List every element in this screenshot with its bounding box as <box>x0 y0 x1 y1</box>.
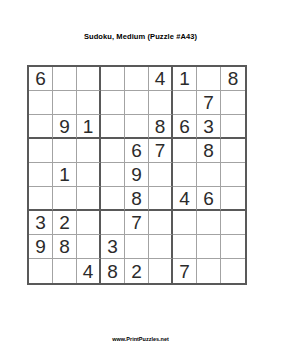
cell-r7c7[interactable] <box>173 211 197 235</box>
cell-r1c9[interactable]: 8 <box>221 67 245 91</box>
cell-r2c4[interactable] <box>101 91 125 115</box>
cell-r3c5[interactable] <box>125 115 149 139</box>
cell-r1c1[interactable]: 6 <box>29 67 53 91</box>
cell-r9c2[interactable] <box>53 259 77 283</box>
cell-r1c5[interactable] <box>125 67 149 91</box>
cell-r7c6[interactable] <box>149 211 173 235</box>
cell-r7c8[interactable] <box>197 211 221 235</box>
footer-url: www.PrintPuzzles.net <box>0 336 281 342</box>
cell-r7c2[interactable]: 2 <box>53 211 77 235</box>
cell-r5c9[interactable] <box>221 163 245 187</box>
cell-r4c3[interactable] <box>77 139 101 163</box>
cell-r9c5[interactable]: 2 <box>125 259 149 283</box>
cell-r1c7[interactable]: 1 <box>173 67 197 91</box>
cell-r1c6[interactable]: 4 <box>149 67 173 91</box>
cell-r4c2[interactable] <box>53 139 77 163</box>
cell-r2c8[interactable]: 7 <box>197 91 221 115</box>
cell-r5c2[interactable]: 1 <box>53 163 77 187</box>
cell-r9c9[interactable] <box>221 259 245 283</box>
cell-r6c6[interactable] <box>149 187 173 211</box>
cell-r3c3[interactable]: 1 <box>77 115 101 139</box>
cell-r9c4[interactable]: 8 <box>101 259 125 283</box>
cell-r5c7[interactable] <box>173 163 197 187</box>
page-title: Sudoku, Medium (Puzzle #A43) <box>0 32 281 41</box>
cell-r8c7[interactable] <box>173 235 197 259</box>
cell-r5c6[interactable] <box>149 163 173 187</box>
cell-r4c9[interactable] <box>221 139 245 163</box>
cell-r8c6[interactable] <box>149 235 173 259</box>
cell-r4c5[interactable]: 6 <box>125 139 149 163</box>
cell-r8c8[interactable] <box>197 235 221 259</box>
cell-r6c1[interactable] <box>29 187 53 211</box>
cell-r1c2[interactable] <box>53 67 77 91</box>
cell-r2c9[interactable] <box>221 91 245 115</box>
cell-r5c4[interactable] <box>101 163 125 187</box>
cell-r1c4[interactable] <box>101 67 125 91</box>
cell-r5c1[interactable] <box>29 163 53 187</box>
cell-r5c8[interactable] <box>197 163 221 187</box>
cell-r3c8[interactable]: 3 <box>197 115 221 139</box>
cell-r9c7[interactable]: 7 <box>173 259 197 283</box>
cell-r8c2[interactable]: 8 <box>53 235 77 259</box>
cell-r8c3[interactable] <box>77 235 101 259</box>
cell-r7c4[interactable] <box>101 211 125 235</box>
cell-r1c3[interactable] <box>77 67 101 91</box>
cell-r4c6[interactable]: 7 <box>149 139 173 163</box>
cell-r2c6[interactable] <box>149 91 173 115</box>
cell-r8c1[interactable]: 9 <box>29 235 53 259</box>
cell-r8c5[interactable] <box>125 235 149 259</box>
cell-r7c5[interactable]: 7 <box>125 211 149 235</box>
cell-r6c3[interactable] <box>77 187 101 211</box>
cell-r2c7[interactable] <box>173 91 197 115</box>
cell-r8c9[interactable] <box>221 235 245 259</box>
cell-r3c7[interactable]: 6 <box>173 115 197 139</box>
cell-r3c2[interactable]: 9 <box>53 115 77 139</box>
cell-r2c5[interactable] <box>125 91 149 115</box>
cell-r6c8[interactable]: 6 <box>197 187 221 211</box>
sudoku-board: 6418791863678198463279834827 <box>27 65 247 285</box>
cell-r2c1[interactable] <box>29 91 53 115</box>
cell-r7c9[interactable] <box>221 211 245 235</box>
cell-r7c1[interactable]: 3 <box>29 211 53 235</box>
cell-r8c4[interactable]: 3 <box>101 235 125 259</box>
cell-r2c2[interactable] <box>53 91 77 115</box>
cell-r9c3[interactable]: 4 <box>77 259 101 283</box>
cell-r6c7[interactable]: 4 <box>173 187 197 211</box>
cell-r9c1[interactable] <box>29 259 53 283</box>
cell-r6c9[interactable] <box>221 187 245 211</box>
cell-r1c8[interactable] <box>197 67 221 91</box>
cell-r6c5[interactable]: 8 <box>125 187 149 211</box>
cell-r4c4[interactable] <box>101 139 125 163</box>
cell-r3c1[interactable] <box>29 115 53 139</box>
cell-r3c4[interactable] <box>101 115 125 139</box>
cell-r4c7[interactable] <box>173 139 197 163</box>
cell-r3c6[interactable]: 8 <box>149 115 173 139</box>
cell-r9c8[interactable] <box>197 259 221 283</box>
cell-r7c3[interactable] <box>77 211 101 235</box>
cell-r4c8[interactable]: 8 <box>197 139 221 163</box>
cell-r5c3[interactable] <box>77 163 101 187</box>
cell-r6c4[interactable] <box>101 187 125 211</box>
cell-r9c6[interactable] <box>149 259 173 283</box>
cell-r6c2[interactable] <box>53 187 77 211</box>
cell-r5c5[interactable]: 9 <box>125 163 149 187</box>
cell-r4c1[interactable] <box>29 139 53 163</box>
cell-r2c3[interactable] <box>77 91 101 115</box>
cell-r3c9[interactable] <box>221 115 245 139</box>
